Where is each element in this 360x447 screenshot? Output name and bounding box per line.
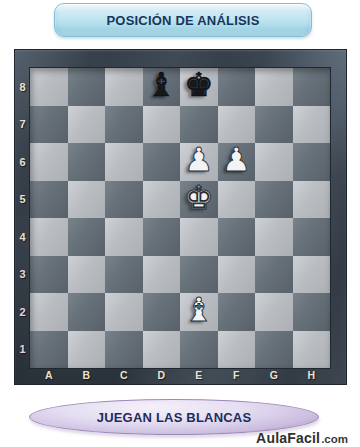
square-e7 xyxy=(180,106,218,144)
square-h2 xyxy=(293,293,331,331)
square-f5 xyxy=(218,181,256,219)
square-c3 xyxy=(105,256,143,294)
square-h5 xyxy=(293,181,331,219)
square-a1 xyxy=(30,331,68,369)
square-f4 xyxy=(218,218,256,256)
square-b2 xyxy=(68,293,106,331)
file-label-h: H xyxy=(293,366,331,384)
square-c6 xyxy=(105,143,143,181)
square-e8: ♚ xyxy=(180,68,218,106)
square-d5 xyxy=(143,181,181,219)
rank-label-4: 4 xyxy=(15,218,30,256)
file-label-g: G xyxy=(255,366,293,384)
square-d2 xyxy=(143,293,181,331)
file-label-d: D xyxy=(143,366,181,384)
square-b5 xyxy=(68,181,106,219)
square-f7 xyxy=(218,106,256,144)
white-king-e5: ♚ xyxy=(184,179,214,216)
page: POSICIÓN DE ANÁLISIS 87654321 ♝♚♟♟♚♝ ABC… xyxy=(0,0,360,447)
square-e6: ♟ xyxy=(180,143,218,181)
rank-label-8: 8 xyxy=(15,68,30,106)
square-g5 xyxy=(255,181,293,219)
black-king-e8: ♚ xyxy=(184,66,214,103)
square-a7 xyxy=(30,106,68,144)
square-f3 xyxy=(218,256,256,294)
square-c5 xyxy=(105,181,143,219)
square-d6 xyxy=(143,143,181,181)
square-b8 xyxy=(68,68,106,106)
square-g2 xyxy=(255,293,293,331)
square-h7 xyxy=(293,106,331,144)
white-bishop-e2: ♝ xyxy=(184,291,214,328)
square-d7 xyxy=(143,106,181,144)
square-g7 xyxy=(255,106,293,144)
square-h6 xyxy=(293,143,331,181)
white-pawn-e6: ♟ xyxy=(184,141,214,178)
file-labels: ABCDEFGH xyxy=(30,366,330,384)
square-h8 xyxy=(293,68,331,106)
square-c8 xyxy=(105,68,143,106)
rank-label-7: 7 xyxy=(15,106,30,144)
rank-label-6: 6 xyxy=(15,143,30,181)
square-g8 xyxy=(255,68,293,106)
square-d1 xyxy=(143,331,181,369)
file-label-a: A xyxy=(30,366,68,384)
square-b1 xyxy=(68,331,106,369)
header-title: POSICIÓN DE ANÁLISIS xyxy=(106,13,259,28)
square-g4 xyxy=(255,218,293,256)
rank-label-1: 1 xyxy=(15,331,30,369)
square-c1 xyxy=(105,331,143,369)
file-label-f: F xyxy=(218,366,256,384)
white-pawn-f6: ♟ xyxy=(221,141,251,178)
rank-label-5: 5 xyxy=(15,181,30,219)
square-a2 xyxy=(30,293,68,331)
brand-suffix: .com xyxy=(321,433,348,445)
square-b3 xyxy=(68,256,106,294)
file-label-e: E xyxy=(180,366,218,384)
footer-title: JUEGAN LAS BLANCAS xyxy=(97,410,252,425)
square-a5 xyxy=(30,181,68,219)
board-grid: ♝♚♟♟♚♝ xyxy=(30,68,330,368)
square-c4 xyxy=(105,218,143,256)
square-c2 xyxy=(105,293,143,331)
square-a4 xyxy=(30,218,68,256)
square-a6 xyxy=(30,143,68,181)
square-e3 xyxy=(180,256,218,294)
rank-label-2: 2 xyxy=(15,293,30,331)
square-f8 xyxy=(218,68,256,106)
square-a3 xyxy=(30,256,68,294)
square-f6: ♟ xyxy=(218,143,256,181)
square-d4 xyxy=(143,218,181,256)
square-a8 xyxy=(30,68,68,106)
square-b6 xyxy=(68,143,106,181)
brand-logo: AulaFacil.com xyxy=(256,430,348,446)
square-b4 xyxy=(68,218,106,256)
square-d3 xyxy=(143,256,181,294)
square-f2 xyxy=(218,293,256,331)
square-h1 xyxy=(293,331,331,369)
header-banner: POSICIÓN DE ANÁLISIS xyxy=(54,3,312,37)
square-e1 xyxy=(180,331,218,369)
square-g3 xyxy=(255,256,293,294)
square-h3 xyxy=(293,256,331,294)
brand-name: AulaFacil xyxy=(256,430,320,446)
file-label-c: C xyxy=(105,366,143,384)
black-bishop-d8: ♝ xyxy=(146,66,176,103)
file-label-b: B xyxy=(68,366,106,384)
square-d8: ♝ xyxy=(143,68,181,106)
square-e5: ♚ xyxy=(180,181,218,219)
square-g6 xyxy=(255,143,293,181)
rank-labels: 87654321 xyxy=(15,68,30,368)
square-f1 xyxy=(218,331,256,369)
square-b7 xyxy=(68,106,106,144)
square-e2: ♝ xyxy=(180,293,218,331)
square-e4 xyxy=(180,218,218,256)
square-h4 xyxy=(293,218,331,256)
chess-board: 87654321 ♝♚♟♟♚♝ ABCDEFGH xyxy=(14,49,347,385)
square-c7 xyxy=(105,106,143,144)
rank-label-3: 3 xyxy=(15,256,30,294)
square-g1 xyxy=(255,331,293,369)
